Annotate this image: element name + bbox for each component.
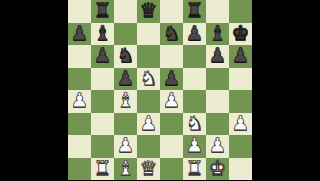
letterbox-right [252, 0, 320, 180]
square-d6[interactable] [137, 45, 160, 68]
square-h4[interactable] [229, 90, 252, 113]
square-c5[interactable]: ♟ [114, 68, 137, 91]
square-b5[interactable] [91, 68, 114, 91]
square-c8[interactable] [114, 0, 137, 23]
white-queen-d1: ♛ [140, 158, 158, 178]
white-pawn-c2: ♟ [117, 135, 135, 155]
square-d4[interactable] [137, 90, 160, 113]
black-bishop-g7: ♝ [209, 23, 227, 43]
black-pawn-c5: ♟ [117, 68, 135, 88]
white-knight-d5: ♞ [140, 68, 158, 88]
square-b4[interactable] [91, 90, 114, 113]
square-a2[interactable] [68, 135, 91, 158]
square-d8[interactable]: ♛ [137, 0, 160, 23]
white-bishop-c1: ♝ [117, 158, 135, 178]
square-h5[interactable] [229, 68, 252, 91]
square-a8[interactable] [68, 0, 91, 23]
black-queen-d8: ♛ [140, 0, 158, 20]
white-pawn-a4: ♟ [71, 90, 89, 110]
white-knight-f3: ♞ [186, 113, 204, 133]
square-g4[interactable] [206, 90, 229, 113]
square-g8[interactable] [206, 0, 229, 23]
square-a1[interactable] [68, 158, 91, 181]
square-f4[interactable] [183, 90, 206, 113]
square-f2[interactable]: ♟ [183, 135, 206, 158]
square-h7[interactable]: ♚ [229, 23, 252, 46]
black-pawn-f7: ♟ [186, 23, 204, 43]
square-g3[interactable] [206, 113, 229, 136]
square-f6[interactable] [183, 45, 206, 68]
square-a6[interactable] [68, 45, 91, 68]
square-b1[interactable]: ♜ [91, 158, 114, 181]
square-b6[interactable]: ♟ [91, 45, 114, 68]
square-c2[interactable]: ♟ [114, 135, 137, 158]
white-rook-f1: ♜ [186, 158, 204, 178]
black-rook-f8: ♜ [186, 0, 204, 20]
chess-app-viewport: ♜♛♜♟♝♞♟♝♚♟♞♟♟♟♞♟♟♝♟♟♞♟♟♟♟♜♝♛♜♚ [0, 0, 320, 180]
white-pawn-e4: ♟ [163, 90, 181, 110]
square-d1[interactable]: ♛ [137, 158, 160, 181]
square-c6[interactable]: ♞ [114, 45, 137, 68]
square-f8[interactable]: ♜ [183, 0, 206, 23]
black-bishop-b7: ♝ [94, 23, 112, 43]
square-b2[interactable] [91, 135, 114, 158]
square-b7[interactable]: ♝ [91, 23, 114, 46]
black-pawn-g6: ♟ [209, 45, 227, 65]
square-g6[interactable]: ♟ [206, 45, 229, 68]
black-knight-c6: ♞ [117, 45, 135, 65]
square-g7[interactable]: ♝ [206, 23, 229, 46]
square-e3[interactable] [160, 113, 183, 136]
black-pawn-b6: ♟ [94, 45, 112, 65]
square-b8[interactable]: ♜ [91, 0, 114, 23]
square-a7[interactable]: ♟ [68, 23, 91, 46]
square-a3[interactable] [68, 113, 91, 136]
square-e8[interactable] [160, 0, 183, 23]
black-knight-e7: ♞ [163, 23, 181, 43]
square-g2[interactable]: ♟ [206, 135, 229, 158]
square-d5[interactable]: ♞ [137, 68, 160, 91]
square-e1[interactable] [160, 158, 183, 181]
square-g5[interactable] [206, 68, 229, 91]
black-pawn-a7: ♟ [71, 23, 89, 43]
square-a4[interactable]: ♟ [68, 90, 91, 113]
white-rook-b1: ♜ [94, 158, 112, 178]
square-h1[interactable] [229, 158, 252, 181]
square-d2[interactable] [137, 135, 160, 158]
square-g1[interactable]: ♚ [206, 158, 229, 181]
black-pawn-h6: ♟ [232, 45, 250, 65]
white-pawn-d3: ♟ [140, 113, 158, 133]
square-c7[interactable] [114, 23, 137, 46]
square-c3[interactable] [114, 113, 137, 136]
white-king-g1: ♚ [209, 158, 227, 178]
square-e2[interactable] [160, 135, 183, 158]
square-c1[interactable]: ♝ [114, 158, 137, 181]
square-d7[interactable] [137, 23, 160, 46]
square-e7[interactable]: ♞ [160, 23, 183, 46]
square-h6[interactable]: ♟ [229, 45, 252, 68]
square-d3[interactable]: ♟ [137, 113, 160, 136]
black-rook-b8: ♜ [94, 0, 112, 20]
square-f7[interactable]: ♟ [183, 23, 206, 46]
square-e6[interactable] [160, 45, 183, 68]
square-f5[interactable] [183, 68, 206, 91]
white-pawn-h3: ♟ [232, 113, 250, 133]
square-f1[interactable]: ♜ [183, 158, 206, 181]
square-c4[interactable]: ♝ [114, 90, 137, 113]
white-bishop-c4: ♝ [117, 90, 135, 110]
square-e4[interactable]: ♟ [160, 90, 183, 113]
square-b3[interactable] [91, 113, 114, 136]
black-pawn-e5: ♟ [163, 68, 181, 88]
square-f3[interactable]: ♞ [183, 113, 206, 136]
letterbox-left [0, 0, 68, 180]
black-king-h7: ♚ [232, 23, 250, 43]
chess-board[interactable]: ♜♛♜♟♝♞♟♝♚♟♞♟♟♟♞♟♟♝♟♟♞♟♟♟♟♜♝♛♜♚ [68, 0, 252, 180]
square-e5[interactable]: ♟ [160, 68, 183, 91]
white-pawn-f2: ♟ [186, 135, 204, 155]
square-h8[interactable] [229, 0, 252, 23]
white-pawn-g2: ♟ [209, 135, 227, 155]
square-h2[interactable] [229, 135, 252, 158]
square-a5[interactable] [68, 68, 91, 91]
square-h3[interactable]: ♟ [229, 113, 252, 136]
